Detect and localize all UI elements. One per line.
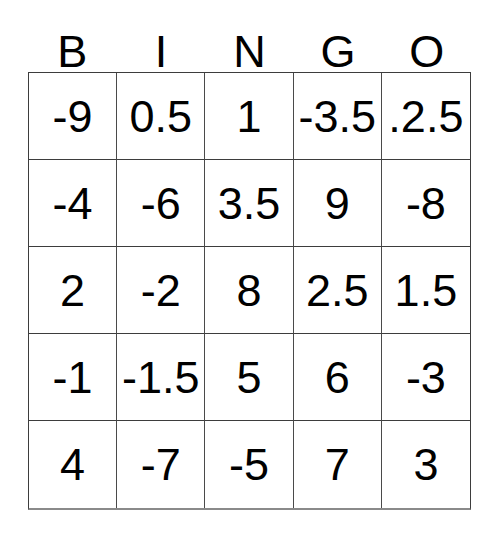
bingo-cell[interactable]: 5 [205,334,293,421]
column-letter-n: N [205,0,294,72]
bingo-cell[interactable]: 1.5 [382,247,470,334]
column-letter-b: B [28,0,117,72]
bingo-cell[interactable]: 8 [205,247,293,334]
bingo-cell[interactable]: 3 [382,421,470,508]
bingo-cell[interactable]: 1 [205,73,293,160]
bingo-cell[interactable]: 9 [294,160,382,247]
column-letter-i: I [117,0,206,72]
bingo-cell[interactable]: -1.5 [117,334,205,421]
bingo-cell[interactable]: 4 [29,421,117,508]
bingo-cell[interactable]: 2.5 [294,247,382,334]
bingo-cell[interactable]: -3 [382,334,470,421]
bingo-header: B I N G O [28,0,471,72]
column-letter-g: G [294,0,383,72]
bingo-cell[interactable]: -7 [117,421,205,508]
bingo-cell[interactable]: -1 [29,334,117,421]
bingo-cell[interactable]: 0.5 [117,73,205,160]
bingo-cell[interactable]: -8 [382,160,470,247]
bingo-cell[interactable]: 3.5 [205,160,293,247]
bingo-cell[interactable]: 2 [29,247,117,334]
bingo-cell[interactable]: 6 [294,334,382,421]
bingo-cell[interactable]: -9 [29,73,117,160]
bingo-cell[interactable]: -2 [117,247,205,334]
bingo-card: B I N G O -90.51-3.5.2.5-4-63.59-82-282.… [28,0,471,510]
bingo-grid: -90.51-3.5.2.5-4-63.59-82-282.51.5-1-1.5… [28,72,471,510]
bingo-cell[interactable]: -3.5 [294,73,382,160]
bingo-cell[interactable]: 7 [294,421,382,508]
bingo-cell[interactable]: -4 [29,160,117,247]
bingo-cell[interactable]: .2.5 [382,73,470,160]
bingo-cell[interactable]: -6 [117,160,205,247]
column-letter-o: O [382,0,471,72]
bingo-cell[interactable]: -5 [205,421,293,508]
